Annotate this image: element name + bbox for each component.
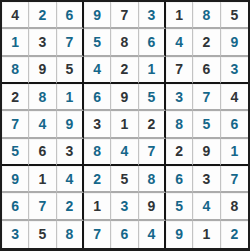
cell-r1c8[interactable]: 8: [193, 2, 220, 29]
cell-r4c8[interactable]: 7: [193, 84, 220, 111]
cell-r6c8[interactable]: 9: [193, 139, 220, 166]
cell-r9c9[interactable]: 2: [221, 221, 248, 248]
cell-r5c9[interactable]: 6: [221, 111, 248, 138]
cell-r7c3[interactable]: 4: [57, 166, 84, 193]
cell-r8c1[interactable]: 6: [2, 193, 29, 220]
cell-r9c8[interactable]: 1: [193, 221, 220, 248]
cell-r3c2[interactable]: 9: [29, 57, 56, 84]
cell-r3c9[interactable]: 3: [221, 57, 248, 84]
cell-r9c7[interactable]: 9: [166, 221, 193, 248]
cell-r6c6[interactable]: 7: [139, 139, 166, 166]
cell-r5c6[interactable]: 2: [139, 111, 166, 138]
cell-r8c3[interactable]: 2: [57, 193, 84, 220]
cell-r4c4[interactable]: 6: [84, 84, 111, 111]
cell-r2c2[interactable]: 3: [29, 29, 56, 56]
cell-r5c7[interactable]: 8: [166, 111, 193, 138]
cell-r7c1[interactable]: 9: [2, 166, 29, 193]
cell-r6c3[interactable]: 3: [57, 139, 84, 166]
cell-r5c4[interactable]: 3: [84, 111, 111, 138]
cell-r3c8[interactable]: 6: [193, 57, 220, 84]
cell-r3c6[interactable]: 1: [139, 57, 166, 84]
cell-r5c1[interactable]: 7: [2, 111, 29, 138]
cell-r3c5[interactable]: 2: [111, 57, 138, 84]
cell-r2c1[interactable]: 1: [2, 29, 29, 56]
cell-r6c5[interactable]: 4: [111, 139, 138, 166]
cell-r7c5[interactable]: 5: [111, 166, 138, 193]
cell-r9c2[interactable]: 5: [29, 221, 56, 248]
cell-r3c7[interactable]: 7: [166, 57, 193, 84]
cell-r6c2[interactable]: 6: [29, 139, 56, 166]
cell-r2c5[interactable]: 8: [111, 29, 138, 56]
cell-r4c5[interactable]: 9: [111, 84, 138, 111]
cell-r3c3[interactable]: 5: [57, 57, 84, 84]
cell-r5c5[interactable]: 1: [111, 111, 138, 138]
cell-r1c5[interactable]: 7: [111, 2, 138, 29]
cell-r5c2[interactable]: 4: [29, 111, 56, 138]
cell-r2c8[interactable]: 2: [193, 29, 220, 56]
cell-r1c4[interactable]: 9: [84, 2, 111, 29]
cell-r8c5[interactable]: 3: [111, 193, 138, 220]
cell-r9c5[interactable]: 6: [111, 221, 138, 248]
cell-r1c7[interactable]: 1: [166, 2, 193, 29]
cell-r7c9[interactable]: 7: [221, 166, 248, 193]
cell-r7c2[interactable]: 1: [29, 166, 56, 193]
cell-r7c7[interactable]: 6: [166, 166, 193, 193]
cell-r4c6[interactable]: 5: [139, 84, 166, 111]
cell-r6c1[interactable]: 5: [2, 139, 29, 166]
cell-r8c6[interactable]: 9: [139, 193, 166, 220]
cell-r1c3[interactable]: 6: [57, 2, 84, 29]
cell-r3c1[interactable]: 8: [2, 57, 29, 84]
cell-r3c4[interactable]: 4: [84, 57, 111, 84]
cell-r8c2[interactable]: 7: [29, 193, 56, 220]
cell-r8c7[interactable]: 5: [166, 193, 193, 220]
cell-r8c4[interactable]: 1: [84, 193, 111, 220]
cell-r1c2[interactable]: 2: [29, 2, 56, 29]
cell-r8c9[interactable]: 8: [221, 193, 248, 220]
cell-r9c4[interactable]: 7: [84, 221, 111, 248]
cell-r9c3[interactable]: 8: [57, 221, 84, 248]
cell-r4c3[interactable]: 1: [57, 84, 84, 111]
cell-r4c2[interactable]: 8: [29, 84, 56, 111]
cell-r2c4[interactable]: 5: [84, 29, 111, 56]
cell-r4c9[interactable]: 4: [221, 84, 248, 111]
cell-r9c6[interactable]: 4: [139, 221, 166, 248]
cell-r5c8[interactable]: 5: [193, 111, 220, 138]
cell-r1c6[interactable]: 3: [139, 2, 166, 29]
cell-r2c7[interactable]: 4: [166, 29, 193, 56]
cell-r5c3[interactable]: 9: [57, 111, 84, 138]
cell-r9c1[interactable]: 3: [2, 221, 29, 248]
sudoku-board: 4269731851375864298954217632816953747493…: [0, 0, 250, 251]
cell-r8c8[interactable]: 4: [193, 193, 220, 220]
cell-r2c3[interactable]: 7: [57, 29, 84, 56]
cell-r2c9[interactable]: 9: [221, 29, 248, 56]
cell-r7c6[interactable]: 8: [139, 166, 166, 193]
cell-r4c1[interactable]: 2: [2, 84, 29, 111]
cell-r6c4[interactable]: 8: [84, 139, 111, 166]
cell-r1c9[interactable]: 5: [221, 2, 248, 29]
cell-r6c7[interactable]: 2: [166, 139, 193, 166]
cell-r7c8[interactable]: 3: [193, 166, 220, 193]
cell-r6c9[interactable]: 1: [221, 139, 248, 166]
cell-r7c4[interactable]: 2: [84, 166, 111, 193]
cell-r2c6[interactable]: 6: [139, 29, 166, 56]
cell-r4c7[interactable]: 3: [166, 84, 193, 111]
cell-r1c1[interactable]: 4: [2, 2, 29, 29]
